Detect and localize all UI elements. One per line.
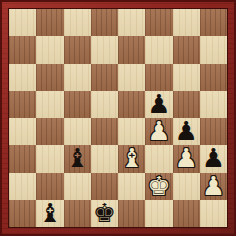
square-f5[interactable]: ♟ bbox=[145, 91, 172, 118]
square-a3[interactable] bbox=[9, 145, 36, 172]
square-c7[interactable] bbox=[64, 36, 91, 63]
square-f4[interactable]: ♟ bbox=[145, 118, 172, 145]
square-d6[interactable] bbox=[91, 64, 118, 91]
square-f1[interactable] bbox=[145, 200, 172, 227]
black-bishop-icon: ♝ bbox=[38, 200, 61, 227]
square-h3[interactable]: ♟ bbox=[200, 145, 227, 172]
board-frame: ♟♟♟♝♝♟♟♚♟♝♚ bbox=[0, 0, 236, 236]
square-f8[interactable] bbox=[145, 9, 172, 36]
square-d8[interactable] bbox=[91, 9, 118, 36]
white-pawn-icon: ♟ bbox=[202, 173, 225, 200]
square-d2[interactable] bbox=[91, 173, 118, 200]
square-h8[interactable] bbox=[200, 9, 227, 36]
black-pawn-icon: ♟ bbox=[147, 91, 170, 118]
square-a4[interactable] bbox=[9, 118, 36, 145]
square-h7[interactable] bbox=[200, 36, 227, 63]
square-b1[interactable]: ♝ bbox=[36, 200, 63, 227]
square-d4[interactable] bbox=[91, 118, 118, 145]
square-d1[interactable]: ♚ bbox=[91, 200, 118, 227]
square-b6[interactable] bbox=[36, 64, 63, 91]
square-g2[interactable] bbox=[173, 173, 200, 200]
square-c8[interactable] bbox=[64, 9, 91, 36]
square-g5[interactable] bbox=[173, 91, 200, 118]
square-f3[interactable] bbox=[145, 145, 172, 172]
square-b8[interactable] bbox=[36, 9, 63, 36]
square-g4[interactable]: ♟ bbox=[173, 118, 200, 145]
square-b4[interactable] bbox=[36, 118, 63, 145]
square-c3[interactable]: ♝ bbox=[64, 145, 91, 172]
white-bishop-icon: ♝ bbox=[120, 145, 143, 172]
square-c6[interactable] bbox=[64, 64, 91, 91]
black-king-icon: ♚ bbox=[93, 200, 116, 227]
square-g8[interactable] bbox=[173, 9, 200, 36]
square-h4[interactable] bbox=[200, 118, 227, 145]
square-g6[interactable] bbox=[173, 64, 200, 91]
square-b3[interactable] bbox=[36, 145, 63, 172]
square-h2[interactable]: ♟ bbox=[200, 173, 227, 200]
square-b5[interactable] bbox=[36, 91, 63, 118]
square-h1[interactable] bbox=[200, 200, 227, 227]
square-f2[interactable]: ♚ bbox=[145, 173, 172, 200]
square-c5[interactable] bbox=[64, 91, 91, 118]
square-d5[interactable] bbox=[91, 91, 118, 118]
square-f6[interactable] bbox=[145, 64, 172, 91]
square-e3[interactable]: ♝ bbox=[118, 145, 145, 172]
square-e4[interactable] bbox=[118, 118, 145, 145]
square-a8[interactable] bbox=[9, 9, 36, 36]
square-e1[interactable] bbox=[118, 200, 145, 227]
square-b7[interactable] bbox=[36, 36, 63, 63]
square-a7[interactable] bbox=[9, 36, 36, 63]
square-c4[interactable] bbox=[64, 118, 91, 145]
square-d7[interactable] bbox=[91, 36, 118, 63]
square-e7[interactable] bbox=[118, 36, 145, 63]
square-b2[interactable] bbox=[36, 173, 63, 200]
black-bishop-icon: ♝ bbox=[65, 145, 88, 172]
square-h5[interactable] bbox=[200, 91, 227, 118]
black-pawn-icon: ♟ bbox=[202, 145, 225, 172]
square-h6[interactable] bbox=[200, 64, 227, 91]
board: ♟♟♟♝♝♟♟♚♟♝♚ bbox=[9, 9, 227, 227]
square-c1[interactable] bbox=[64, 200, 91, 227]
square-g7[interactable] bbox=[173, 36, 200, 63]
square-c2[interactable] bbox=[64, 173, 91, 200]
square-d3[interactable] bbox=[91, 145, 118, 172]
white-pawn-icon: ♟ bbox=[147, 118, 170, 145]
square-a5[interactable] bbox=[9, 91, 36, 118]
square-e6[interactable] bbox=[118, 64, 145, 91]
square-a1[interactable] bbox=[9, 200, 36, 227]
white-king-icon: ♚ bbox=[147, 173, 170, 200]
square-f7[interactable] bbox=[145, 36, 172, 63]
square-g1[interactable] bbox=[173, 200, 200, 227]
square-a6[interactable] bbox=[9, 64, 36, 91]
square-e8[interactable] bbox=[118, 9, 145, 36]
square-e5[interactable] bbox=[118, 91, 145, 118]
square-a2[interactable] bbox=[9, 173, 36, 200]
square-g3[interactable]: ♟ bbox=[173, 145, 200, 172]
white-pawn-icon: ♟ bbox=[174, 145, 197, 172]
black-pawn-icon: ♟ bbox=[174, 118, 197, 145]
square-e2[interactable] bbox=[118, 173, 145, 200]
